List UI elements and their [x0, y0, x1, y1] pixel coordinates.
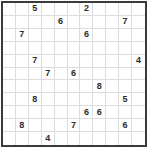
cell-r3c3[interactable] — [42, 42, 55, 55]
cell-r8c0[interactable] — [3, 106, 16, 119]
cell-r5c6[interactable] — [80, 68, 93, 81]
cell-r3c8[interactable] — [106, 42, 119, 55]
cell-r4c9[interactable] — [119, 55, 132, 68]
cell-r7c1[interactable] — [16, 93, 29, 106]
cell-r2c5[interactable] — [68, 29, 81, 42]
cell-r2c2[interactable] — [29, 29, 42, 42]
cell-r7c8[interactable] — [106, 93, 119, 106]
cell-r2c6-clue[interactable]: 6 — [80, 29, 93, 42]
cell-r8c9[interactable] — [119, 106, 132, 119]
cell-r3c10[interactable] — [132, 42, 145, 55]
cell-r9c8[interactable] — [106, 119, 119, 132]
cell-r0c10[interactable] — [132, 3, 145, 16]
cell-r8c1[interactable] — [16, 106, 29, 119]
cell-r4c0[interactable] — [3, 55, 16, 68]
cell-r1c6[interactable] — [80, 16, 93, 29]
cell-r1c10[interactable] — [132, 16, 145, 29]
cell-r6c1[interactable] — [16, 80, 29, 93]
cell-r8c4[interactable] — [55, 106, 68, 119]
cell-r6c8[interactable] — [106, 80, 119, 93]
cell-r7c7[interactable] — [93, 93, 106, 106]
cell-r3c6[interactable] — [80, 42, 93, 55]
cell-r4c2-clue[interactable]: 7 — [29, 55, 42, 68]
cell-r10c10[interactable] — [132, 132, 145, 145]
cell-r10c5[interactable] — [68, 132, 81, 145]
cell-r3c7[interactable] — [93, 42, 106, 55]
cell-r5c9[interactable] — [119, 68, 132, 81]
cell-r2c9[interactable] — [119, 29, 132, 42]
cell-r1c1[interactable] — [16, 16, 29, 29]
cell-r3c2[interactable] — [29, 42, 42, 55]
cell-r3c4[interactable] — [55, 42, 68, 55]
cell-r8c6-clue[interactable]: 6 — [80, 106, 93, 119]
cell-r1c5[interactable] — [68, 16, 81, 29]
cell-r2c4[interactable] — [55, 29, 68, 42]
cell-r6c9[interactable] — [119, 80, 132, 93]
cell-r1c7[interactable] — [93, 16, 106, 29]
cell-r2c7[interactable] — [93, 29, 106, 42]
cell-r6c2[interactable] — [29, 80, 42, 93]
cell-r7c4[interactable] — [55, 93, 68, 106]
cell-r5c5-clue[interactable]: 6 — [68, 68, 81, 81]
cell-r2c8[interactable] — [106, 29, 119, 42]
cell-r5c2[interactable] — [29, 68, 42, 81]
cell-r7c6[interactable] — [80, 93, 93, 106]
cell-r5c10[interactable] — [132, 68, 145, 81]
cell-r1c0[interactable] — [3, 16, 16, 29]
cell-r9c10[interactable] — [132, 119, 145, 132]
cell-r5c4[interactable] — [55, 68, 68, 81]
cell-r3c5[interactable] — [68, 42, 81, 55]
cell-r0c3[interactable] — [42, 3, 55, 16]
cell-r2c1-clue[interactable]: 7 — [16, 29, 29, 42]
puzzle-board: 5267767476885668764 — [1, 1, 147, 147]
cell-r0c2-clue[interactable]: 5 — [29, 3, 42, 16]
cell-r10c7[interactable] — [93, 132, 106, 145]
cell-r10c8[interactable] — [106, 132, 119, 145]
cell-r1c3[interactable] — [42, 16, 55, 29]
cell-r10c6[interactable] — [80, 132, 93, 145]
cell-r10c2[interactable] — [29, 132, 42, 145]
cell-r9c7[interactable] — [93, 119, 106, 132]
cell-r10c9[interactable] — [119, 132, 132, 145]
cell-r4c4[interactable] — [55, 55, 68, 68]
cell-r3c9[interactable] — [119, 42, 132, 55]
cell-r1c4-clue[interactable]: 6 — [55, 16, 68, 29]
cell-r4c7[interactable] — [93, 55, 106, 68]
cell-r1c2[interactable] — [29, 16, 42, 29]
cell-r10c0[interactable] — [3, 132, 16, 145]
cell-r10c4[interactable] — [55, 132, 68, 145]
cell-r6c10[interactable] — [132, 80, 145, 93]
cell-r9c1-clue[interactable]: 8 — [16, 119, 29, 132]
cell-r8c8[interactable] — [106, 106, 119, 119]
cell-r4c8[interactable] — [106, 55, 119, 68]
cell-r9c5-clue[interactable]: 7 — [68, 119, 81, 132]
cell-r8c3[interactable] — [42, 106, 55, 119]
cell-r2c3[interactable] — [42, 29, 55, 42]
cell-r0c4[interactable] — [55, 3, 68, 16]
cell-r9c6[interactable] — [80, 119, 93, 132]
cell-r4c1[interactable] — [16, 55, 29, 68]
cell-r3c0[interactable] — [3, 42, 16, 55]
cell-r6c3[interactable] — [42, 80, 55, 93]
cell-r6c5[interactable] — [68, 80, 81, 93]
cell-r9c0[interactable] — [3, 119, 16, 132]
cell-r4c6[interactable] — [80, 55, 93, 68]
cell-r3c1[interactable] — [16, 42, 29, 55]
cell-r5c1[interactable] — [16, 68, 29, 81]
cell-r0c7[interactable] — [93, 3, 106, 16]
cell-r0c9[interactable] — [119, 3, 132, 16]
cell-r7c9-clue[interactable]: 5 — [119, 93, 132, 106]
cell-r7c3[interactable] — [42, 93, 55, 106]
cell-r1c8[interactable] — [106, 16, 119, 29]
cell-r0c8[interactable] — [106, 3, 119, 16]
cell-r4c3[interactable] — [42, 55, 55, 68]
cell-r6c4[interactable] — [55, 80, 68, 93]
cell-r2c0[interactable] — [3, 29, 16, 42]
cell-r9c9-clue[interactable]: 6 — [119, 119, 132, 132]
cell-r5c3-clue[interactable]: 7 — [42, 68, 55, 81]
cell-r0c0[interactable] — [3, 3, 16, 16]
cell-r0c6-clue[interactable]: 2 — [80, 3, 93, 16]
cell-r1c9-clue[interactable]: 7 — [119, 16, 132, 29]
cell-r4c10-clue[interactable]: 4 — [132, 55, 145, 68]
cell-r7c5[interactable] — [68, 93, 81, 106]
cell-r5c8[interactable] — [106, 68, 119, 81]
cell-r6c0[interactable] — [3, 80, 16, 93]
cell-r7c10[interactable] — [132, 93, 145, 106]
cell-r0c1[interactable] — [16, 3, 29, 16]
cell-r2c10[interactable] — [132, 29, 145, 42]
cell-r8c5[interactable] — [68, 106, 81, 119]
cell-r9c4[interactable] — [55, 119, 68, 132]
cell-r10c1[interactable] — [16, 132, 29, 145]
cell-r7c2-clue[interactable]: 8 — [29, 93, 42, 106]
cell-r5c7[interactable] — [93, 68, 106, 81]
cell-r8c10[interactable] — [132, 106, 145, 119]
cell-r8c7-clue[interactable]: 6 — [93, 106, 106, 119]
cell-r10c3-clue[interactable]: 4 — [42, 132, 55, 145]
cell-r7c0[interactable] — [3, 93, 16, 106]
cell-r0c5[interactable] — [68, 3, 81, 16]
cell-r4c5[interactable] — [68, 55, 81, 68]
cell-r6c7-clue[interactable]: 8 — [93, 80, 106, 93]
cell-r8c2[interactable] — [29, 106, 42, 119]
cell-r9c2[interactable] — [29, 119, 42, 132]
cell-r6c6[interactable] — [80, 80, 93, 93]
cell-r5c0[interactable] — [3, 68, 16, 81]
cell-r9c3[interactable] — [42, 119, 55, 132]
